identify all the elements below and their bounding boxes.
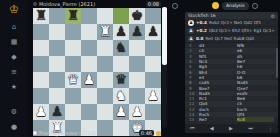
square-e3[interactable] bbox=[97, 88, 113, 104]
piece-black-pawn[interactable]: ♟ bbox=[49, 104, 65, 120]
square-h3[interactable]: ♟ bbox=[145, 88, 161, 104]
square-h6[interactable] bbox=[145, 40, 161, 56]
square-g5[interactable] bbox=[129, 56, 145, 72]
square-d6[interactable] bbox=[81, 40, 97, 56]
square-f2[interactable]: ♟ bbox=[113, 104, 129, 120]
engine-line-text: 0.0Re1 Qc7 Re2 Rab8 Qd3 bbox=[196, 36, 254, 41]
move-number: 15 bbox=[185, 117, 199, 122]
analysis-panel: Stockfish 16 ⚙ ♟+0.4Rxb2 Qc1+ Ne1 Qd2 Qf… bbox=[185, 12, 278, 124]
black-move[interactable]: Nf6 bbox=[237, 43, 274, 48]
bottom-player-bar: Franco_Mendez (1714) 0:46 bbox=[33, 129, 161, 137]
piece-white-pawn[interactable]: ♟ bbox=[33, 104, 49, 120]
square-c2[interactable] bbox=[65, 104, 81, 120]
white-move[interactable]: Qa4 bbox=[199, 101, 237, 106]
white-move[interactable]: Bh4 bbox=[199, 70, 237, 75]
engine-line-text: +0.2Qb3 Qc1+ Kh2 Qf4+ Kg1 Qc1+ bbox=[196, 28, 275, 33]
square-b5[interactable] bbox=[49, 56, 65, 72]
square-d5[interactable] bbox=[81, 56, 97, 72]
bottom-player-clock: 0:46 bbox=[139, 130, 154, 136]
square-a2[interactable]: ♟ bbox=[33, 104, 49, 120]
piece-white-pawn[interactable]: ♟ bbox=[145, 88, 161, 104]
black-move[interactable]: e6 bbox=[237, 48, 274, 53]
white-move[interactable]: Rxc5 bbox=[199, 112, 237, 117]
piece-black-pawn[interactable]: ♟ bbox=[113, 24, 129, 40]
piece-black-queen[interactable]: ♛ bbox=[113, 72, 129, 88]
user-icon[interactable]: ● bbox=[9, 122, 19, 132]
top-right-strip: Analysis bbox=[172, 0, 280, 11]
top-player-clock: 0:08 bbox=[146, 1, 161, 7]
eval-gauge bbox=[162, 7, 167, 128]
engine-name: Stockfish 16 bbox=[188, 13, 216, 18]
black-move[interactable]: O-O bbox=[237, 70, 274, 75]
black-move[interactable]: Be7 bbox=[237, 59, 274, 64]
engine-line-1[interactable]: ♟+0.4Rxb2 Qc1+ Ne1 Qd2 Qf1 bbox=[185, 19, 278, 27]
piece-white-pawn[interactable]: ♟ bbox=[113, 104, 129, 120]
square-b4[interactable] bbox=[49, 72, 65, 88]
black-move[interactable]: Qf4 bbox=[237, 112, 274, 117]
engine-line-2[interactable]: ♟+0.2Qb3 Qc1+ Kh2 Qf4+ Kg1 Qc1+ bbox=[185, 27, 278, 35]
square-g6[interactable] bbox=[129, 40, 145, 56]
square-d2[interactable] bbox=[81, 104, 97, 120]
first-move-button[interactable]: ⏮ bbox=[190, 124, 195, 133]
square-d8[interactable] bbox=[81, 8, 97, 24]
move-number: 6 bbox=[185, 70, 199, 75]
square-a4[interactable] bbox=[33, 72, 49, 88]
square-h4[interactable] bbox=[145, 72, 161, 88]
white-move[interactable]: Rc1 bbox=[199, 96, 237, 101]
square-e7[interactable]: ♜ bbox=[97, 24, 113, 40]
engine-line-text: +0.4Rxb2 Qc1+ Ne1 Qd2 Qf1 bbox=[196, 20, 261, 25]
piece-black-pawn[interactable]: ♟ bbox=[129, 24, 145, 40]
square-a5[interactable] bbox=[33, 56, 49, 72]
account-circle-icon[interactable] bbox=[252, 3, 258, 9]
piece-white-rook[interactable]: ♜ bbox=[97, 24, 113, 40]
black-move[interactable]: Nxd5 bbox=[237, 80, 274, 85]
square-g4[interactable] bbox=[129, 72, 145, 88]
white-move[interactable]: Nxd5 bbox=[199, 91, 237, 96]
move-list[interactable]: 1d4Nf62c4e63Nf3d54Nc3Be75Bg5h66Bh4O-O7e3… bbox=[185, 43, 278, 123]
eval-gauge-white-section bbox=[162, 7, 167, 65]
black-move[interactable]: Be6 bbox=[237, 96, 274, 101]
tournament-icon[interactable]: ★ bbox=[9, 82, 19, 92]
move-number: 14 bbox=[185, 112, 199, 117]
piece-white-queen[interactable]: ♛ bbox=[65, 72, 81, 88]
move-number: 8 bbox=[185, 80, 199, 85]
engine-line-3[interactable]: ♟0.0Re1 Qc7 Re2 Rab8 Qd3 bbox=[185, 35, 278, 43]
black-move[interactable]: bxc5 bbox=[237, 107, 274, 112]
engine-line-badge-icon: ♟ bbox=[188, 28, 194, 34]
white-move[interactable]: Re7 bbox=[199, 117, 237, 122]
piece-black-knight[interactable]: ♞ bbox=[113, 40, 129, 56]
piece-black-rook[interactable]: ♜ bbox=[65, 8, 81, 24]
square-f3[interactable]: ♞ bbox=[113, 88, 129, 104]
engine-settings-icon[interactable]: ⚙ bbox=[271, 13, 275, 19]
menu-dots-button[interactable]: ⋮ bbox=[268, 124, 273, 133]
square-e4[interactable] bbox=[97, 72, 113, 88]
white-move[interactable]: c4 bbox=[199, 48, 237, 53]
notification-circle-icon[interactable] bbox=[172, 3, 178, 9]
square-a6[interactable] bbox=[33, 40, 49, 56]
square-e2[interactable] bbox=[97, 104, 113, 120]
square-a8[interactable]: ♜ bbox=[33, 8, 49, 24]
white-move[interactable]: Nc3 bbox=[199, 59, 237, 64]
settings-icon[interactable]: ⚙ bbox=[9, 107, 19, 117]
move-list-scrollbar[interactable] bbox=[276, 48, 278, 78]
white-move[interactable]: dxc5 bbox=[199, 107, 237, 112]
move-number: 11 bbox=[185, 96, 199, 101]
black-move[interactable]: h6 bbox=[237, 64, 274, 69]
black-move-current[interactable]: Rc8 bbox=[237, 117, 274, 122]
piece-white-pawn[interactable]: ♟ bbox=[81, 72, 97, 88]
square-c8[interactable]: ♜ bbox=[65, 8, 81, 24]
black-move[interactable]: d5 bbox=[237, 54, 274, 59]
play-button[interactable]: ▶ bbox=[229, 124, 233, 133]
last-move-button[interactable]: ⏭ bbox=[248, 124, 253, 133]
square-b2[interactable]: ♟ bbox=[49, 104, 65, 120]
board-icon[interactable]: ▦ bbox=[9, 37, 19, 47]
move-number: 7 bbox=[185, 75, 199, 80]
engine-header: Stockfish 16 ⚙ bbox=[185, 12, 278, 19]
square-d4[interactable]: ♟ bbox=[81, 72, 97, 88]
white-move[interactable]: e3 bbox=[199, 75, 237, 80]
square-e8[interactable] bbox=[97, 8, 113, 24]
square-h5[interactable] bbox=[145, 56, 161, 72]
white-color-icon bbox=[33, 131, 37, 135]
square-g3[interactable] bbox=[129, 88, 145, 104]
move-number: 5 bbox=[185, 64, 199, 69]
chess-board[interactable]: ♜♜♚♜♟♟♟♞♛♟♛♞♟♟♟♟♟♜♚ bbox=[33, 8, 161, 136]
move-number: 1 bbox=[185, 43, 199, 48]
white-move[interactable]: Bg5 bbox=[199, 64, 237, 69]
move-number: 4 bbox=[185, 59, 199, 64]
square-f8[interactable] bbox=[113, 8, 129, 24]
engine-line-badge-icon: ♟ bbox=[188, 20, 194, 26]
square-a7[interactable] bbox=[33, 24, 49, 40]
prev-move-button[interactable]: ◀ bbox=[210, 124, 214, 133]
square-e5[interactable] bbox=[97, 56, 113, 72]
white-move[interactable]: cxd5 bbox=[199, 80, 237, 85]
square-a3[interactable] bbox=[33, 88, 49, 104]
square-c6[interactable] bbox=[65, 40, 81, 56]
square-c3[interactable] bbox=[65, 88, 81, 104]
piece-black-pawn[interactable]: ♟ bbox=[145, 24, 161, 40]
square-f5[interactable] bbox=[113, 56, 129, 72]
home-icon[interactable]: ⌂ bbox=[9, 22, 19, 32]
square-f7[interactable]: ♟ bbox=[113, 24, 129, 40]
low-time-icon bbox=[156, 131, 161, 136]
black-move[interactable]: Qxe7 bbox=[237, 86, 274, 91]
square-b6[interactable] bbox=[49, 40, 65, 56]
square-b3[interactable] bbox=[49, 88, 65, 104]
white-move[interactable]: Bxe7 bbox=[199, 86, 237, 91]
piece-white-knight[interactable]: ♞ bbox=[113, 88, 129, 104]
white-move[interactable]: Nf3 bbox=[199, 54, 237, 59]
black-move[interactable]: c5 bbox=[237, 101, 274, 106]
avatar[interactable] bbox=[212, 2, 219, 9]
study-icon[interactable]: ≡ bbox=[9, 67, 19, 77]
move-number: 12 bbox=[185, 101, 199, 106]
square-f4[interactable]: ♛ bbox=[113, 72, 129, 88]
app-window: ♔ ⌂▦◆≡★ ⚙● Moldova_Pierre (2621) 0:08 ♜♜… bbox=[0, 0, 280, 137]
square-d7[interactable] bbox=[81, 24, 97, 40]
square-c7[interactable] bbox=[65, 24, 81, 40]
square-g8[interactable]: ♚ bbox=[129, 8, 145, 24]
analysis-pill-button[interactable]: Analysis bbox=[222, 2, 249, 10]
black-move[interactable]: b6 bbox=[237, 75, 274, 80]
puzzle-icon[interactable]: ◆ bbox=[9, 52, 19, 62]
piece-black-rook[interactable]: ♜ bbox=[33, 8, 49, 24]
piece-white-pawn[interactable]: ♟ bbox=[129, 104, 145, 120]
square-c4[interactable]: ♛ bbox=[65, 72, 81, 88]
square-g7[interactable]: ♟ bbox=[129, 24, 145, 40]
move-number: 3 bbox=[185, 54, 199, 59]
square-b7[interactable] bbox=[49, 24, 65, 40]
move-row: 15Re7Rc8 bbox=[185, 117, 278, 122]
black-move[interactable]: exd5 bbox=[237, 91, 274, 96]
square-h2[interactable] bbox=[145, 104, 161, 120]
move-nav-bar: ⏮◀▶⏭⋮ bbox=[185, 124, 278, 133]
square-e6[interactable] bbox=[97, 40, 113, 56]
square-b8[interactable] bbox=[49, 8, 65, 24]
black-color-icon bbox=[33, 2, 37, 6]
square-f6[interactable]: ♞ bbox=[113, 40, 129, 56]
square-h7[interactable]: ♟ bbox=[145, 24, 161, 40]
move-number: 10 bbox=[185, 91, 199, 96]
square-h8[interactable] bbox=[145, 8, 161, 24]
square-c5[interactable] bbox=[65, 56, 81, 72]
white-move[interactable]: d4 bbox=[199, 43, 237, 48]
app-logo-icon[interactable]: ♔ bbox=[8, 3, 21, 16]
engine-line-badge-icon: ♟ bbox=[188, 36, 194, 42]
left-sidebar: ♔ ⌂▦◆≡★ ⚙● bbox=[0, 0, 28, 137]
move-number: 13 bbox=[185, 107, 199, 112]
move-number: 9 bbox=[185, 86, 199, 91]
square-g2[interactable]: ♟ bbox=[129, 104, 145, 120]
piece-black-king[interactable]: ♚ bbox=[129, 8, 145, 24]
square-d3[interactable] bbox=[81, 88, 97, 104]
bottom-player-name: Franco_Mendez (1714) bbox=[39, 130, 96, 137]
move-number: 2 bbox=[185, 48, 199, 53]
